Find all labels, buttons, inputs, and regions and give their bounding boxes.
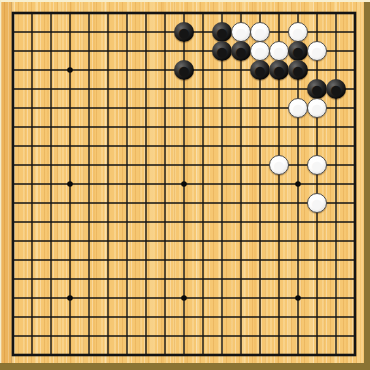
black-stone[interactable]: ● [174, 22, 194, 42]
white-stone[interactable]: ● [269, 41, 289, 61]
black-stone[interactable]: ● [231, 41, 251, 61]
white-stone[interactable]: ● [250, 41, 270, 61]
black-stone[interactable]: ● [250, 60, 270, 80]
black-stone[interactable]: ● [174, 60, 194, 80]
white-stone[interactable]: ● [307, 155, 327, 175]
white-stone[interactable]: ● [288, 22, 308, 42]
white-stone[interactable]: ● [307, 41, 327, 61]
black-stone[interactable]: ● [326, 79, 346, 99]
white-stone[interactable]: ● [231, 22, 251, 42]
black-stone[interactable]: ● [288, 41, 308, 61]
white-stone[interactable]: ● [269, 155, 289, 175]
black-stone[interactable]: ● [307, 79, 327, 99]
white-stone[interactable]: ● [288, 98, 308, 118]
black-stone[interactable]: ● [269, 60, 289, 80]
go-board[interactable]: ●●●●●●●●●●●●●●●●●●●●●● [0, 0, 370, 370]
white-stone[interactable]: ● [307, 98, 327, 118]
black-stone[interactable]: ● [288, 60, 308, 80]
black-stone[interactable]: ● [212, 22, 232, 42]
stone-layer: ●●●●●●●●●●●●●●●●●●●●●● [0, 0, 370, 370]
white-stone[interactable]: ● [307, 193, 327, 213]
white-stone[interactable]: ● [250, 22, 270, 42]
black-stone[interactable]: ● [212, 41, 232, 61]
